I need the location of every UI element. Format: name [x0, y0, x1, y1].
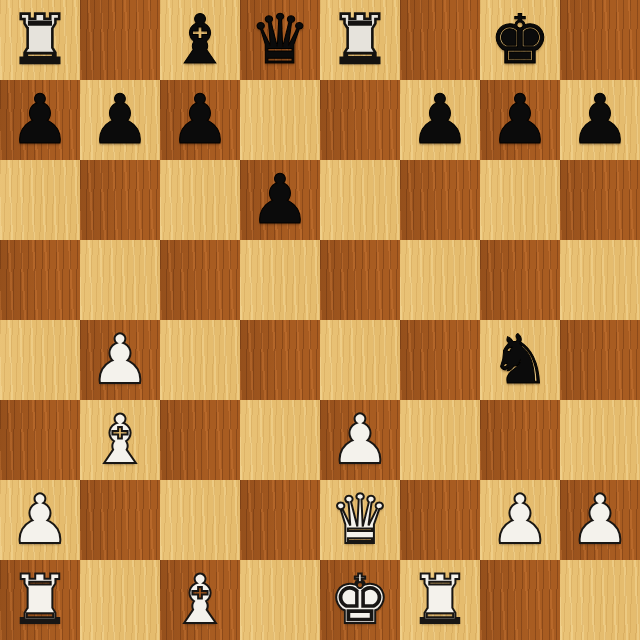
square-b2[interactable]	[80, 480, 160, 560]
square-a4[interactable]	[0, 320, 80, 400]
black-rook[interactable]: ♜	[320, 0, 400, 80]
square-c5[interactable]	[160, 240, 240, 320]
black-rook[interactable]: ♜	[0, 0, 80, 80]
square-f3[interactable]	[400, 400, 480, 480]
white-king[interactable]: ♚	[320, 560, 400, 640]
square-a5[interactable]	[0, 240, 80, 320]
black-pawn[interactable]: ♟	[240, 160, 320, 240]
square-e5[interactable]	[320, 240, 400, 320]
square-d1[interactable]	[240, 560, 320, 640]
square-f4[interactable]	[400, 320, 480, 400]
square-d3[interactable]	[240, 400, 320, 480]
square-a1[interactable]: ♜	[0, 560, 80, 640]
square-b8[interactable]	[80, 0, 160, 80]
square-b3[interactable]: ♝	[80, 400, 160, 480]
square-e3[interactable]: ♟	[320, 400, 400, 480]
square-g5[interactable]	[480, 240, 560, 320]
square-e1[interactable]: ♚	[320, 560, 400, 640]
square-d5[interactable]	[240, 240, 320, 320]
black-pawn[interactable]: ♟	[0, 80, 80, 160]
square-c1[interactable]: ♝	[160, 560, 240, 640]
square-g7[interactable]: ♟	[480, 80, 560, 160]
square-a6[interactable]	[0, 160, 80, 240]
black-pawn[interactable]: ♟	[400, 80, 480, 160]
square-a8[interactable]: ♜	[0, 0, 80, 80]
white-pawn[interactable]: ♟	[560, 480, 640, 560]
square-b6[interactable]	[80, 160, 160, 240]
black-pawn[interactable]: ♟	[160, 80, 240, 160]
square-b4[interactable]: ♟	[80, 320, 160, 400]
black-knight[interactable]: ♞	[480, 320, 560, 400]
square-f7[interactable]: ♟	[400, 80, 480, 160]
square-h2[interactable]: ♟	[560, 480, 640, 560]
square-h1[interactable]	[560, 560, 640, 640]
square-f1[interactable]: ♜	[400, 560, 480, 640]
black-pawn[interactable]: ♟	[560, 80, 640, 160]
square-e2[interactable]: ♛	[320, 480, 400, 560]
square-g1[interactable]	[480, 560, 560, 640]
square-b7[interactable]: ♟	[80, 80, 160, 160]
black-pawn[interactable]: ♟	[480, 80, 560, 160]
square-g2[interactable]: ♟	[480, 480, 560, 560]
square-d8[interactable]: ♛	[240, 0, 320, 80]
square-d6[interactable]: ♟	[240, 160, 320, 240]
square-f2[interactable]	[400, 480, 480, 560]
square-g6[interactable]	[480, 160, 560, 240]
white-pawn[interactable]: ♟	[80, 320, 160, 400]
square-h4[interactable]	[560, 320, 640, 400]
white-queen[interactable]: ♛	[320, 480, 400, 560]
square-b1[interactable]	[80, 560, 160, 640]
square-e7[interactable]	[320, 80, 400, 160]
square-c3[interactable]	[160, 400, 240, 480]
square-e8[interactable]: ♜	[320, 0, 400, 80]
black-king[interactable]: ♚	[480, 0, 560, 80]
square-c4[interactable]	[160, 320, 240, 400]
square-d7[interactable]	[240, 80, 320, 160]
square-f5[interactable]	[400, 240, 480, 320]
black-queen[interactable]: ♛	[240, 0, 320, 80]
square-c6[interactable]	[160, 160, 240, 240]
square-a7[interactable]: ♟	[0, 80, 80, 160]
square-e4[interactable]	[320, 320, 400, 400]
black-pawn[interactable]: ♟	[80, 80, 160, 160]
chess-board: ♜♝♛♜♚♟♟♟♟♟♟♟♟♞♝♟♟♛♟♟♜♝♚♜	[0, 0, 640, 640]
square-a2[interactable]: ♟	[0, 480, 80, 560]
square-d2[interactable]	[240, 480, 320, 560]
white-bishop[interactable]: ♝	[80, 400, 160, 480]
square-g3[interactable]	[480, 400, 560, 480]
square-f6[interactable]	[400, 160, 480, 240]
white-pawn[interactable]: ♟	[320, 400, 400, 480]
square-h7[interactable]: ♟	[560, 80, 640, 160]
square-f8[interactable]	[400, 0, 480, 80]
white-bishop[interactable]: ♝	[160, 560, 240, 640]
square-a3[interactable]	[0, 400, 80, 480]
square-g8[interactable]: ♚	[480, 0, 560, 80]
square-g4[interactable]: ♞	[480, 320, 560, 400]
black-bishop[interactable]: ♝	[160, 0, 240, 80]
square-c7[interactable]: ♟	[160, 80, 240, 160]
square-h6[interactable]	[560, 160, 640, 240]
white-pawn[interactable]: ♟	[480, 480, 560, 560]
square-d4[interactable]	[240, 320, 320, 400]
square-h8[interactable]	[560, 0, 640, 80]
square-h5[interactable]	[560, 240, 640, 320]
square-b5[interactable]	[80, 240, 160, 320]
square-c8[interactable]: ♝	[160, 0, 240, 80]
square-c2[interactable]	[160, 480, 240, 560]
white-pawn[interactable]: ♟	[0, 480, 80, 560]
white-rook[interactable]: ♜	[400, 560, 480, 640]
square-e6[interactable]	[320, 160, 400, 240]
white-rook[interactable]: ♜	[0, 560, 80, 640]
square-h3[interactable]	[560, 400, 640, 480]
